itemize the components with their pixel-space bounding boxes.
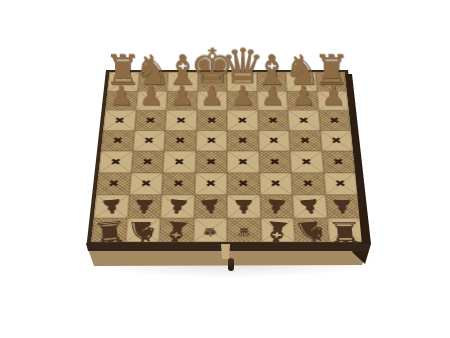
piece-white-pawn[interactable]: ♟ [169,83,193,110]
square-b2[interactable]: ♟ [287,91,318,110]
square-c5[interactable]: ✖ [259,151,292,172]
x-mark: ✖ [330,136,342,145]
square-g6[interactable]: ✖ [129,172,163,194]
x-mark: ✖ [175,136,186,145]
x-mark: ✖ [332,157,344,166]
x-mark: ✖ [268,116,279,124]
x-mark: ✖ [173,179,185,188]
piece-black-queen[interactable]: ♛ [236,226,251,238]
piece-white-pawn[interactable]: ♟ [230,83,254,110]
square-c8[interactable]: ♝ [260,218,295,242]
x-mark: ✖ [143,136,154,145]
square-f8[interactable]: ♝ [159,218,194,242]
x-mark: ✖ [114,116,125,124]
x-mark: ✖ [237,116,248,124]
square-g5[interactable]: ✖ [131,151,164,172]
square-d3[interactable]: ✖ [227,110,258,130]
x-mark: ✖ [237,157,248,166]
drawer-knob[interactable] [228,258,234,271]
product-photo-stage: ♜♞♝♚♛♝♞♜♟♟♟♟♟♟♟♟✖✖✖✖✖✖✖✖✖✖✖✖✖✖✖✖✖✖✖✖✖✖✖✖… [0,0,450,338]
chess-board: ♜♞♝♚♛♝♞♜♟♟♟♟♟♟♟♟✖✖✖✖✖✖✖✖✖✖✖✖✖✖✖✖✖✖✖✖✖✖✖✖… [87,70,368,245]
x-mark: ✖ [302,179,314,188]
x-mark: ✖ [112,136,124,145]
square-g3[interactable]: ✖ [134,110,166,130]
x-mark: ✖ [205,179,216,188]
x-mark: ✖ [108,179,120,188]
square-b8[interactable]: ♞ [294,218,329,242]
square-h4[interactable]: ✖ [101,130,134,151]
x-mark: ✖ [334,179,346,188]
square-g4[interactable]: ✖ [133,130,166,151]
square-d4[interactable]: ✖ [227,130,259,151]
square-e7[interactable]: ♟ [194,195,227,218]
piece-white-pawn[interactable]: ♟ [200,83,224,110]
x-mark: ✖ [298,116,309,124]
square-d8[interactable]: ♛ [227,218,261,242]
x-mark: ✖ [237,136,248,145]
x-mark: ✖ [268,136,279,145]
square-b5[interactable]: ✖ [290,151,323,172]
square-e3[interactable]: ✖ [196,110,227,130]
square-e4[interactable]: ✖ [196,130,228,151]
square-b6[interactable]: ✖ [291,172,325,194]
x-mark: ✖ [140,179,152,188]
piece-white-pawn[interactable]: ♟ [291,83,315,110]
square-f3[interactable]: ✖ [165,110,196,130]
x-mark: ✖ [269,157,280,166]
square-h2[interactable]: ♟ [105,91,137,110]
square-h5[interactable]: ✖ [99,151,133,172]
piece-black-king[interactable]: ♚ [202,225,219,238]
piece-black-rook[interactable]: ♜ [325,217,364,246]
square-a5[interactable]: ✖ [322,151,356,172]
x-mark: ✖ [145,116,156,124]
piece-black-pawn[interactable]: ♟ [132,197,158,216]
piece-black-pawn[interactable]: ♟ [231,197,256,216]
square-e2[interactable]: ♟ [197,91,227,110]
piece-black-pawn[interactable]: ♟ [163,196,191,217]
square-f2[interactable]: ♟ [166,91,197,110]
x-mark: ✖ [206,116,217,124]
square-f4[interactable]: ✖ [164,130,196,151]
square-h3[interactable]: ✖ [103,110,136,130]
square-f5[interactable]: ✖ [163,151,196,172]
x-mark: ✖ [206,136,217,145]
square-e6[interactable]: ✖ [194,172,227,194]
x-mark: ✖ [299,136,310,145]
square-e8[interactable]: ♚ [193,218,227,242]
piece-white-pawn[interactable]: ♟ [109,83,133,110]
square-d5[interactable]: ✖ [227,151,259,172]
square-g8[interactable]: ♞ [125,218,160,242]
square-b3[interactable]: ✖ [288,110,320,130]
square-e5[interactable]: ✖ [195,151,227,172]
square-d6[interactable]: ✖ [227,172,260,194]
x-mark: ✖ [329,116,340,124]
square-d7[interactable]: ♟ [227,195,260,218]
square-a4[interactable]: ✖ [320,130,353,151]
x-mark: ✖ [270,179,282,188]
piece-white-pawn[interactable]: ♟ [139,83,163,110]
square-c6[interactable]: ✖ [259,172,292,194]
piece-black-pawn[interactable]: ♟ [197,196,224,217]
square-c3[interactable]: ✖ [257,110,288,130]
square-a2[interactable]: ♟ [317,91,349,110]
square-c4[interactable]: ✖ [258,130,290,151]
square-f6[interactable]: ✖ [162,172,195,194]
square-d2[interactable]: ♟ [227,91,257,110]
square-h6[interactable]: ✖ [96,172,130,194]
square-h8[interactable]: ♜ [91,218,127,242]
square-a6[interactable]: ✖ [323,172,357,194]
square-b4[interactable]: ✖ [289,130,322,151]
piece-white-pawn[interactable]: ♟ [321,83,345,110]
x-mark: ✖ [174,157,185,166]
square-a3[interactable]: ✖ [318,110,351,130]
x-mark: ✖ [301,157,313,166]
square-a8[interactable]: ♜ [327,218,363,242]
piece-black-pawn[interactable]: ♟ [329,197,355,216]
x-mark: ✖ [238,179,249,188]
square-g2[interactable]: ♟ [136,91,167,110]
x-mark: ✖ [142,157,154,166]
x-mark: ✖ [110,157,122,166]
piece-black-pawn[interactable]: ♟ [263,196,290,217]
x-mark: ✖ [206,157,217,166]
x-mark: ✖ [175,116,186,124]
piece-white-pawn[interactable]: ♟ [260,83,284,110]
square-c2[interactable]: ♟ [257,91,288,110]
